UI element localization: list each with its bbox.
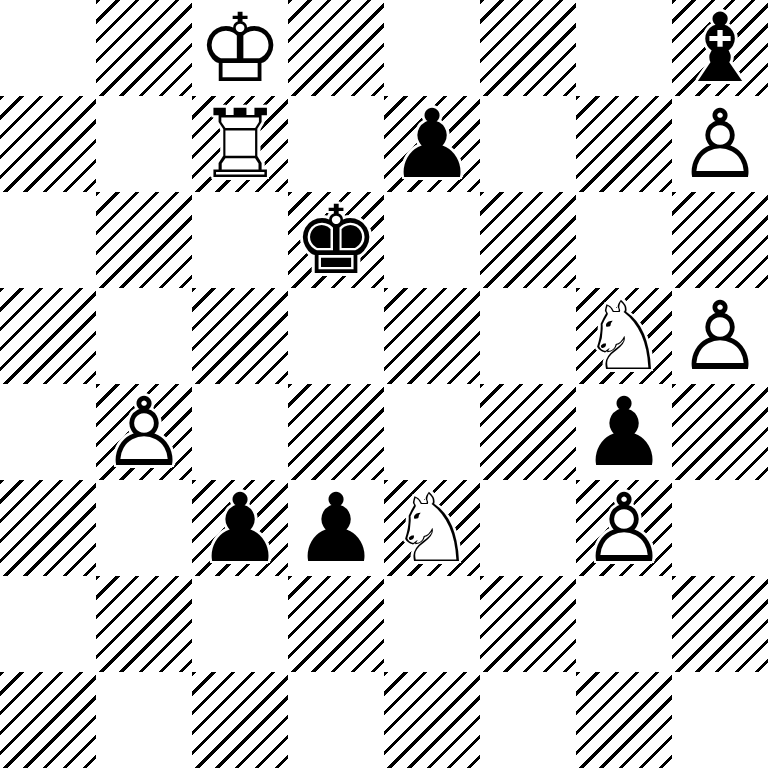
square-f7[interactable] xyxy=(480,96,576,192)
piece-white-pawn[interactable]: ♙ xyxy=(672,96,768,192)
square-g2[interactable] xyxy=(576,576,672,672)
square-c5[interactable] xyxy=(192,288,288,384)
square-a5[interactable] xyxy=(0,288,96,384)
square-a4[interactable] xyxy=(0,384,96,480)
square-d4[interactable] xyxy=(288,384,384,480)
square-g8[interactable] xyxy=(576,0,672,96)
square-d5[interactable] xyxy=(288,288,384,384)
square-f2[interactable] xyxy=(480,576,576,672)
square-g6[interactable] xyxy=(576,192,672,288)
piece-black-pawn[interactable]: ♟ xyxy=(384,96,480,192)
piece-black-pawn[interactable]: ♟ xyxy=(288,480,384,576)
square-e6[interactable] xyxy=(384,192,480,288)
square-h4[interactable] xyxy=(672,384,768,480)
square-c3[interactable]: ♟♟ xyxy=(192,480,288,576)
square-b8[interactable] xyxy=(96,0,192,96)
square-f8[interactable] xyxy=(480,0,576,96)
piece-white-rook[interactable]: ♖ xyxy=(192,96,288,192)
square-d7[interactable] xyxy=(288,96,384,192)
square-g4[interactable]: ♟♟ xyxy=(576,384,672,480)
piece-white-king[interactable]: ♔ xyxy=(192,0,288,96)
square-a6[interactable] xyxy=(0,192,96,288)
piece-white-knight[interactable]: ♘ xyxy=(384,480,480,576)
square-a1[interactable] xyxy=(0,672,96,768)
square-h1[interactable] xyxy=(672,672,768,768)
square-a8[interactable] xyxy=(0,0,96,96)
square-h2[interactable] xyxy=(672,576,768,672)
square-b6[interactable] xyxy=(96,192,192,288)
square-c6[interactable] xyxy=(192,192,288,288)
square-b1[interactable] xyxy=(96,672,192,768)
square-b7[interactable] xyxy=(96,96,192,192)
square-d1[interactable] xyxy=(288,672,384,768)
square-a2[interactable] xyxy=(0,576,96,672)
square-f3[interactable] xyxy=(480,480,576,576)
square-f5[interactable] xyxy=(480,288,576,384)
square-g1[interactable] xyxy=(576,672,672,768)
square-c7[interactable]: ♜♖ xyxy=(192,96,288,192)
square-c8[interactable]: ♚♔ xyxy=(192,0,288,96)
square-h5[interactable]: ♟♙ xyxy=(672,288,768,384)
square-g7[interactable] xyxy=(576,96,672,192)
square-g3[interactable]: ♟♙ xyxy=(576,480,672,576)
square-h8[interactable]: ♝♝ xyxy=(672,0,768,96)
square-d8[interactable] xyxy=(288,0,384,96)
piece-black-pawn[interactable]: ♟ xyxy=(576,384,672,480)
square-e4[interactable] xyxy=(384,384,480,480)
square-h3[interactable] xyxy=(672,480,768,576)
piece-black-pawn[interactable]: ♟ xyxy=(192,480,288,576)
square-f1[interactable] xyxy=(480,672,576,768)
square-e2[interactable] xyxy=(384,576,480,672)
square-a3[interactable] xyxy=(0,480,96,576)
square-b5[interactable] xyxy=(96,288,192,384)
square-d2[interactable] xyxy=(288,576,384,672)
square-c4[interactable] xyxy=(192,384,288,480)
square-g5[interactable]: ♞♘ xyxy=(576,288,672,384)
piece-black-bishop[interactable]: ♝ xyxy=(672,0,768,96)
square-d3[interactable]: ♟♟ xyxy=(288,480,384,576)
square-b4[interactable]: ♟♙ xyxy=(96,384,192,480)
square-e3[interactable]: ♞♘ xyxy=(384,480,480,576)
square-a7[interactable] xyxy=(0,96,96,192)
square-e7[interactable]: ♟♟ xyxy=(384,96,480,192)
square-e1[interactable] xyxy=(384,672,480,768)
square-f6[interactable] xyxy=(480,192,576,288)
piece-white-knight[interactable]: ♘ xyxy=(576,288,672,384)
square-h7[interactable]: ♟♙ xyxy=(672,96,768,192)
square-e5[interactable] xyxy=(384,288,480,384)
square-e8[interactable] xyxy=(384,0,480,96)
chess-board: ♚♔♝♝♜♖♟♟♟♙♚♚♞♘♟♙♟♙♟♟♟♟♟♟♞♘♟♙ xyxy=(0,0,768,768)
piece-black-king[interactable]: ♚ xyxy=(288,192,384,288)
square-b2[interactable] xyxy=(96,576,192,672)
square-f4[interactable] xyxy=(480,384,576,480)
square-c2[interactable] xyxy=(192,576,288,672)
piece-white-pawn[interactable]: ♙ xyxy=(672,288,768,384)
square-d6[interactable]: ♚♚ xyxy=(288,192,384,288)
square-h6[interactable] xyxy=(672,192,768,288)
square-b3[interactable] xyxy=(96,480,192,576)
piece-white-pawn[interactable]: ♙ xyxy=(576,480,672,576)
square-c1[interactable] xyxy=(192,672,288,768)
piece-white-pawn[interactable]: ♙ xyxy=(96,384,192,480)
